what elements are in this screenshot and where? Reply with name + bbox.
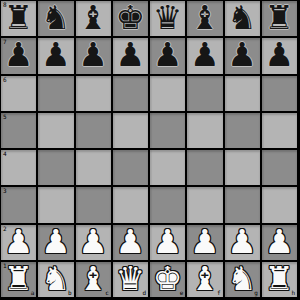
square-b2[interactable]: ♟ bbox=[38, 225, 73, 260]
square-c5[interactable] bbox=[76, 113, 111, 148]
square-e6[interactable] bbox=[150, 76, 185, 111]
square-c4[interactable] bbox=[76, 150, 111, 185]
square-d2[interactable]: ♟ bbox=[113, 225, 148, 260]
rank-label-3: 3 bbox=[3, 188, 7, 194]
black-pawn-d7[interactable]: ♟ bbox=[116, 38, 146, 71]
rank-label-6: 6 bbox=[3, 77, 7, 83]
square-c6[interactable] bbox=[76, 76, 111, 111]
black-rook-a8[interactable]: ♜ bbox=[4, 1, 34, 34]
square-e7[interactable]: ♟ bbox=[150, 38, 185, 73]
chess-board: 8♜♞♝♚♛♝♞♜7♟♟♟♟♟♟♟♟65432♟♟♟♟♟♟♟♟1a♜b♞c♝d♛… bbox=[0, 0, 300, 300]
square-f1[interactable]: f♝ bbox=[187, 262, 222, 297]
square-b5[interactable] bbox=[38, 113, 73, 148]
square-e3[interactable] bbox=[150, 187, 185, 222]
square-a2[interactable]: 2♟ bbox=[1, 225, 36, 260]
square-d5[interactable] bbox=[113, 113, 148, 148]
rank-label-5: 5 bbox=[3, 114, 7, 120]
white-pawn-d2[interactable]: ♟ bbox=[116, 225, 146, 258]
square-b6[interactable] bbox=[38, 76, 73, 111]
square-g2[interactable]: ♟ bbox=[225, 225, 260, 260]
square-h6[interactable] bbox=[262, 76, 297, 111]
square-e5[interactable] bbox=[150, 113, 185, 148]
square-a6[interactable]: 6 bbox=[1, 76, 36, 111]
square-a3[interactable]: 3 bbox=[1, 187, 36, 222]
square-f6[interactable] bbox=[187, 76, 222, 111]
black-pawn-f7[interactable]: ♟ bbox=[190, 38, 220, 71]
square-b4[interactable] bbox=[38, 150, 73, 185]
square-c8[interactable]: ♝ bbox=[76, 1, 111, 36]
white-knight-g1[interactable]: ♞ bbox=[227, 262, 257, 295]
square-e4[interactable] bbox=[150, 150, 185, 185]
black-king-d8[interactable]: ♚ bbox=[116, 1, 146, 34]
square-h1[interactable]: h♜ bbox=[262, 262, 297, 297]
square-f2[interactable]: ♟ bbox=[187, 225, 222, 260]
square-f5[interactable] bbox=[187, 113, 222, 148]
square-c2[interactable]: ♟ bbox=[76, 225, 111, 260]
white-bishop-c1[interactable]: ♝ bbox=[78, 262, 108, 295]
square-d8[interactable]: ♚ bbox=[113, 1, 148, 36]
square-g7[interactable]: ♟ bbox=[225, 38, 260, 73]
square-g5[interactable] bbox=[225, 113, 260, 148]
black-pawn-b7[interactable]: ♟ bbox=[41, 38, 71, 71]
black-rook-h8[interactable]: ♜ bbox=[265, 1, 295, 34]
white-pawn-h2[interactable]: ♟ bbox=[265, 225, 295, 258]
square-h5[interactable] bbox=[262, 113, 297, 148]
square-b1[interactable]: b♞ bbox=[38, 262, 73, 297]
square-f3[interactable] bbox=[187, 187, 222, 222]
black-bishop-f8[interactable]: ♝ bbox=[190, 1, 220, 34]
black-pawn-g7[interactable]: ♟ bbox=[227, 38, 257, 71]
white-pawn-c2[interactable]: ♟ bbox=[78, 225, 108, 258]
white-pawn-e2[interactable]: ♟ bbox=[153, 225, 183, 258]
square-g1[interactable]: g♞ bbox=[225, 262, 260, 297]
square-a1[interactable]: 1a♜ bbox=[1, 262, 36, 297]
black-knight-b8[interactable]: ♞ bbox=[41, 1, 71, 34]
white-rook-h1[interactable]: ♜ bbox=[265, 262, 295, 295]
rank-label-4: 4 bbox=[3, 151, 7, 157]
square-e1[interactable]: e♚ bbox=[150, 262, 185, 297]
square-g8[interactable]: ♞ bbox=[225, 1, 260, 36]
black-pawn-a7[interactable]: ♟ bbox=[4, 38, 34, 71]
square-h2[interactable]: ♟ bbox=[262, 225, 297, 260]
white-pawn-b2[interactable]: ♟ bbox=[41, 225, 71, 258]
black-pawn-h7[interactable]: ♟ bbox=[265, 38, 295, 71]
square-h4[interactable] bbox=[262, 150, 297, 185]
white-king-e1[interactable]: ♚ bbox=[153, 262, 183, 295]
square-b3[interactable] bbox=[38, 187, 73, 222]
square-f8[interactable]: ♝ bbox=[187, 1, 222, 36]
square-g4[interactable] bbox=[225, 150, 260, 185]
square-g3[interactable] bbox=[225, 187, 260, 222]
square-c1[interactable]: c♝ bbox=[76, 262, 111, 297]
white-knight-b1[interactable]: ♞ bbox=[41, 262, 71, 295]
square-f4[interactable] bbox=[187, 150, 222, 185]
square-h8[interactable]: ♜ bbox=[262, 1, 297, 36]
black-pawn-c7[interactable]: ♟ bbox=[78, 38, 108, 71]
square-e2[interactable]: ♟ bbox=[150, 225, 185, 260]
white-pawn-g2[interactable]: ♟ bbox=[227, 225, 257, 258]
square-a4[interactable]: 4 bbox=[1, 150, 36, 185]
white-queen-d1[interactable]: ♛ bbox=[116, 262, 146, 295]
square-a8[interactable]: 8♜ bbox=[1, 1, 36, 36]
square-g6[interactable] bbox=[225, 76, 260, 111]
white-pawn-f2[interactable]: ♟ bbox=[190, 225, 220, 258]
square-d3[interactable] bbox=[113, 187, 148, 222]
square-a5[interactable]: 5 bbox=[1, 113, 36, 148]
black-bishop-c8[interactable]: ♝ bbox=[78, 1, 108, 34]
square-c3[interactable] bbox=[76, 187, 111, 222]
square-h3[interactable] bbox=[262, 187, 297, 222]
square-f7[interactable]: ♟ bbox=[187, 38, 222, 73]
square-e8[interactable]: ♛ bbox=[150, 1, 185, 36]
white-rook-a1[interactable]: ♜ bbox=[4, 262, 34, 295]
square-h7[interactable]: ♟ bbox=[262, 38, 297, 73]
square-a7[interactable]: 7♟ bbox=[1, 38, 36, 73]
square-d1[interactable]: d♛ bbox=[113, 262, 148, 297]
black-pawn-e7[interactable]: ♟ bbox=[153, 38, 183, 71]
white-pawn-a2[interactable]: ♟ bbox=[4, 225, 34, 258]
square-d6[interactable] bbox=[113, 76, 148, 111]
square-b8[interactable]: ♞ bbox=[38, 1, 73, 36]
square-d4[interactable] bbox=[113, 150, 148, 185]
square-c7[interactable]: ♟ bbox=[76, 38, 111, 73]
black-queen-e8[interactable]: ♛ bbox=[153, 1, 183, 34]
square-d7[interactable]: ♟ bbox=[113, 38, 148, 73]
square-b7[interactable]: ♟ bbox=[38, 38, 73, 73]
white-bishop-f1[interactable]: ♝ bbox=[190, 262, 220, 295]
black-knight-g8[interactable]: ♞ bbox=[227, 1, 257, 34]
